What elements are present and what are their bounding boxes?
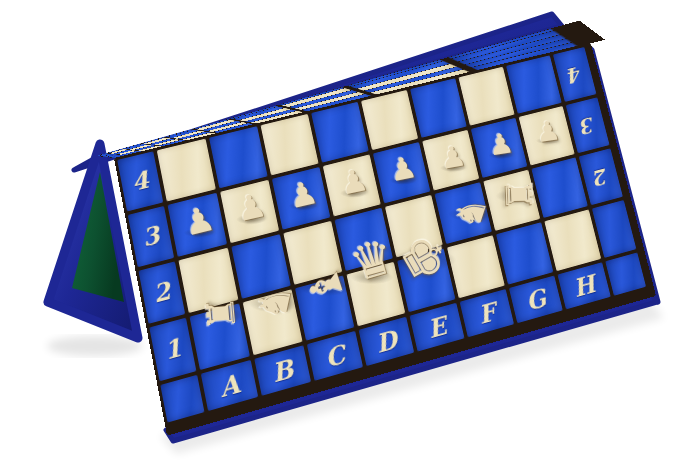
square-c4: [261, 114, 319, 176]
square-h3: [519, 106, 575, 165]
piece-contact-shadow: [488, 152, 513, 160]
square-f1: [447, 235, 505, 298]
file-label-f: F: [460, 289, 514, 337]
margin-corner-right: [605, 252, 646, 295]
file-label-c: C: [307, 331, 363, 381]
rank-label-left-4: 4: [117, 151, 163, 211]
margin-corner-left: [160, 375, 204, 423]
square-b2: [231, 234, 290, 299]
square-c3: [272, 167, 330, 230]
square-a2: [178, 248, 238, 313]
square-g3: [471, 118, 528, 178]
file-label-a: A: [201, 360, 258, 411]
square-b3: [220, 180, 279, 243]
piece-contact-shadow: [236, 215, 266, 224]
file-label-g: G: [509, 276, 563, 324]
square-h1: [544, 209, 601, 271]
rank-label-left-2: 2: [138, 261, 185, 323]
piece-contact-shadow: [392, 249, 457, 271]
square-d4: [311, 102, 369, 163]
square-e3: [373, 142, 430, 203]
square-g4: [458, 67, 514, 126]
square-b4: [209, 126, 268, 188]
piece-contact-shadow: [184, 228, 215, 238]
square-g1: [496, 222, 553, 284]
file-label-e: E: [410, 303, 465, 352]
piece-contact-shadow: [449, 206, 494, 221]
square-c2: [283, 221, 342, 285]
file-label-b: B: [254, 345, 311, 396]
rank-label-left-1: 1: [149, 318, 196, 382]
product-photo-stage: 4433221ABCDEFGH ♟♟♟♟♟♟♟♟♜♞♚♝♜♛♞: [0, 0, 700, 460]
square-d2: [335, 208, 393, 271]
rank-label-left-3: 3: [128, 206, 174, 267]
file-label-h: H: [557, 262, 610, 309]
piece-contact-shadow: [288, 202, 317, 211]
piece-contact-shadow: [299, 278, 352, 296]
piece-contact-shadow: [496, 188, 541, 203]
square-h4: [506, 55, 562, 113]
square-f4: [410, 78, 467, 138]
piece-contact-shadow: [536, 137, 560, 145]
square-e2: [385, 195, 443, 258]
square-f3: [422, 130, 479, 191]
square-a3: [168, 193, 228, 257]
square-h2: [531, 157, 587, 218]
piece-contact-shadow: [197, 307, 245, 323]
square-a4: [157, 139, 216, 202]
piece-contact-shadow: [249, 295, 299, 312]
file-label-d: D: [359, 317, 415, 366]
square-d3: [323, 154, 381, 216]
square-e4: [361, 90, 418, 150]
piece-contact-shadow: [340, 189, 368, 198]
